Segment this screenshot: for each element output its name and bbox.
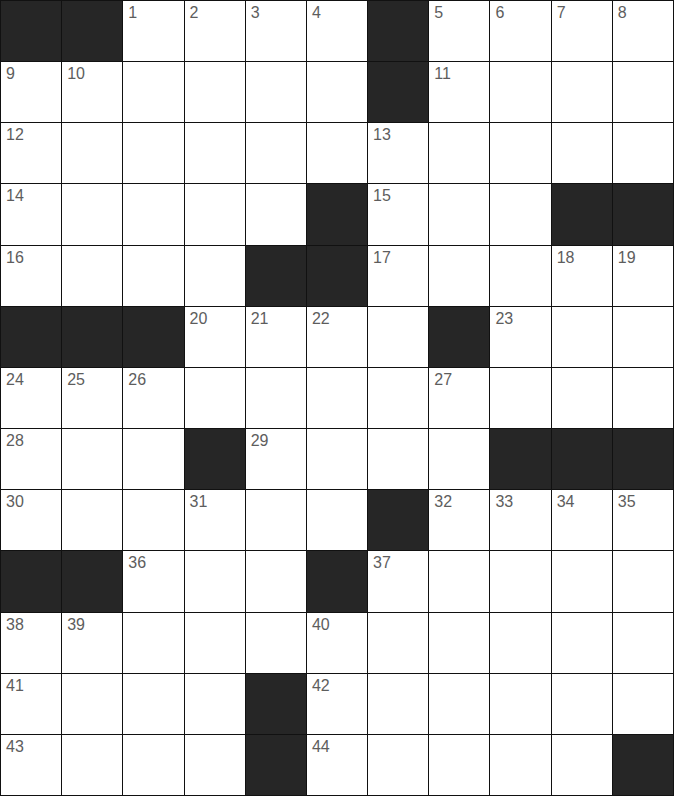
white-cell[interactable] xyxy=(552,551,612,611)
white-cell[interactable] xyxy=(246,184,306,244)
white-cell[interactable] xyxy=(123,674,183,734)
white-cell[interactable] xyxy=(490,551,550,611)
white-cell[interactable]: 41 xyxy=(1,674,61,734)
white-cell[interactable]: 10 xyxy=(62,62,122,122)
white-cell[interactable] xyxy=(123,123,183,183)
white-cell[interactable]: 21 xyxy=(246,307,306,367)
black-cell xyxy=(1,551,61,611)
white-cell[interactable]: 24 xyxy=(1,368,61,428)
clue-number: 7 xyxy=(557,5,566,21)
white-cell[interactable]: 27 xyxy=(429,368,489,428)
black-cell xyxy=(246,735,306,795)
white-cell[interactable] xyxy=(123,429,183,489)
white-cell[interactable] xyxy=(123,613,183,673)
black-cell xyxy=(185,429,245,489)
white-cell[interactable] xyxy=(490,735,550,795)
white-cell[interactable] xyxy=(368,368,428,428)
white-cell[interactable] xyxy=(368,613,428,673)
clue-number: 19 xyxy=(618,250,636,266)
white-cell[interactable] xyxy=(185,184,245,244)
white-cell[interactable]: 14 xyxy=(1,184,61,244)
white-cell[interactable]: 7 xyxy=(552,1,612,61)
white-cell[interactable] xyxy=(552,368,612,428)
white-cell[interactable] xyxy=(368,307,428,367)
clue-number: 4 xyxy=(312,5,321,21)
black-cell xyxy=(552,429,612,489)
clue-number: 34 xyxy=(557,494,575,510)
white-cell[interactable]: 12 xyxy=(1,123,61,183)
white-cell[interactable] xyxy=(552,123,612,183)
white-cell[interactable] xyxy=(490,123,550,183)
white-cell[interactable]: 44 xyxy=(307,735,367,795)
white-cell[interactable]: 5 xyxy=(429,1,489,61)
white-cell[interactable] xyxy=(185,551,245,611)
black-cell xyxy=(62,1,122,61)
clue-number: 17 xyxy=(373,250,391,266)
white-cell[interactable] xyxy=(185,123,245,183)
white-cell[interactable]: 31 xyxy=(185,490,245,550)
white-cell[interactable] xyxy=(552,613,612,673)
white-cell[interactable] xyxy=(490,246,550,306)
clue-number: 1 xyxy=(128,5,137,21)
white-cell[interactable] xyxy=(123,184,183,244)
white-cell[interactable]: 43 xyxy=(1,735,61,795)
white-cell[interactable]: 39 xyxy=(62,613,122,673)
white-cell[interactable] xyxy=(185,246,245,306)
black-cell xyxy=(552,184,612,244)
clue-number: 25 xyxy=(67,372,85,388)
clue-number: 39 xyxy=(67,617,85,633)
clue-number: 5 xyxy=(434,5,443,21)
clue-number: 27 xyxy=(434,372,452,388)
white-cell[interactable]: 20 xyxy=(185,307,245,367)
white-cell[interactable] xyxy=(123,62,183,122)
white-cell[interactable] xyxy=(613,62,673,122)
white-cell[interactable] xyxy=(307,368,367,428)
white-cell[interactable] xyxy=(552,62,612,122)
white-cell[interactable]: 8 xyxy=(613,1,673,61)
clue-number: 20 xyxy=(190,311,208,327)
white-cell[interactable] xyxy=(613,674,673,734)
clue-number: 12 xyxy=(6,127,24,143)
black-cell xyxy=(368,490,428,550)
black-cell xyxy=(62,307,122,367)
white-cell[interactable]: 36 xyxy=(123,551,183,611)
white-cell[interactable]: 40 xyxy=(307,613,367,673)
white-cell[interactable] xyxy=(185,62,245,122)
white-cell[interactable] xyxy=(429,429,489,489)
white-cell[interactable] xyxy=(185,735,245,795)
white-cell[interactable] xyxy=(307,429,367,489)
clue-number: 33 xyxy=(495,494,513,510)
white-cell[interactable] xyxy=(246,368,306,428)
white-cell[interactable] xyxy=(429,246,489,306)
white-cell[interactable] xyxy=(185,613,245,673)
white-cell[interactable] xyxy=(368,429,428,489)
white-cell[interactable]: 42 xyxy=(307,674,367,734)
black-cell xyxy=(368,1,428,61)
clue-number: 6 xyxy=(495,5,504,21)
white-cell[interactable]: 32 xyxy=(429,490,489,550)
clue-number: 22 xyxy=(312,311,330,327)
black-cell xyxy=(307,551,367,611)
white-cell[interactable] xyxy=(246,613,306,673)
clue-number: 36 xyxy=(128,555,146,571)
white-cell[interactable] xyxy=(62,674,122,734)
black-cell xyxy=(613,184,673,244)
clue-number: 11 xyxy=(434,66,451,82)
black-cell xyxy=(1,1,61,61)
white-cell[interactable] xyxy=(307,62,367,122)
clue-number: 43 xyxy=(6,739,24,755)
white-cell[interactable]: 29 xyxy=(246,429,306,489)
black-cell xyxy=(368,62,428,122)
white-cell[interactable]: 1 xyxy=(123,1,183,61)
white-cell[interactable] xyxy=(613,551,673,611)
white-cell[interactable] xyxy=(123,490,183,550)
white-cell[interactable]: 25 xyxy=(62,368,122,428)
white-cell[interactable]: 35 xyxy=(613,490,673,550)
white-cell[interactable]: 11 xyxy=(429,62,489,122)
clue-number: 2 xyxy=(190,5,199,21)
white-cell[interactable]: 19 xyxy=(613,246,673,306)
white-cell[interactable] xyxy=(552,674,612,734)
clue-number: 21 xyxy=(251,311,269,327)
white-cell[interactable] xyxy=(552,735,612,795)
white-cell[interactable] xyxy=(62,429,122,489)
clue-number: 9 xyxy=(6,66,15,82)
white-cell[interactable] xyxy=(429,674,489,734)
white-cell[interactable] xyxy=(62,123,122,183)
white-cell[interactable] xyxy=(552,307,612,367)
white-cell[interactable] xyxy=(368,735,428,795)
white-cell[interactable]: 34 xyxy=(552,490,612,550)
white-cell[interactable]: 28 xyxy=(1,429,61,489)
black-cell xyxy=(1,307,61,367)
white-cell[interactable] xyxy=(429,735,489,795)
white-cell[interactable] xyxy=(307,490,367,550)
white-cell[interactable]: 33 xyxy=(490,490,550,550)
black-cell xyxy=(613,735,673,795)
white-cell[interactable] xyxy=(185,674,245,734)
black-cell xyxy=(429,307,489,367)
white-cell[interactable] xyxy=(62,735,122,795)
black-cell xyxy=(123,307,183,367)
clue-number: 38 xyxy=(6,617,24,633)
white-cell[interactable]: 23 xyxy=(490,307,550,367)
white-cell[interactable] xyxy=(123,735,183,795)
black-cell xyxy=(613,429,673,489)
white-cell[interactable] xyxy=(62,490,122,550)
white-cell[interactable] xyxy=(62,246,122,306)
clue-number: 35 xyxy=(618,494,636,510)
clue-number: 42 xyxy=(312,678,330,694)
clue-number: 10 xyxy=(67,66,85,82)
crossword-board: 1234567891011121314151617181920212223242… xyxy=(0,0,674,796)
white-cell[interactable]: 17 xyxy=(368,246,428,306)
clue-number: 14 xyxy=(6,188,24,204)
white-cell[interactable] xyxy=(490,62,550,122)
clue-number: 31 xyxy=(190,494,208,510)
clue-number: 41 xyxy=(6,678,24,694)
white-cell[interactable] xyxy=(246,123,306,183)
white-cell[interactable] xyxy=(490,184,550,244)
clue-number: 30 xyxy=(6,494,24,510)
white-cell[interactable] xyxy=(123,246,183,306)
black-cell xyxy=(246,674,306,734)
black-cell xyxy=(246,246,306,306)
black-cell xyxy=(62,551,122,611)
white-cell[interactable] xyxy=(490,613,550,673)
white-cell[interactable] xyxy=(368,674,428,734)
white-cell[interactable]: 9 xyxy=(1,62,61,122)
white-cell[interactable]: 2 xyxy=(185,1,245,61)
white-cell[interactable] xyxy=(307,123,367,183)
white-cell[interactable]: 22 xyxy=(307,307,367,367)
white-cell[interactable]: 16 xyxy=(1,246,61,306)
white-cell[interactable]: 13 xyxy=(368,123,428,183)
white-cell[interactable] xyxy=(429,123,489,183)
clue-number: 15 xyxy=(373,188,391,204)
white-cell[interactable]: 38 xyxy=(1,613,61,673)
white-cell[interactable]: 15 xyxy=(368,184,428,244)
clue-number: 23 xyxy=(495,311,513,327)
white-cell[interactable]: 18 xyxy=(552,246,612,306)
clue-number: 3 xyxy=(251,5,260,21)
clue-number: 24 xyxy=(6,372,24,388)
clue-number: 26 xyxy=(128,372,146,388)
black-cell xyxy=(307,246,367,306)
clue-number: 29 xyxy=(251,433,269,449)
black-cell xyxy=(490,429,550,489)
white-cell[interactable] xyxy=(490,368,550,428)
white-cell[interactable] xyxy=(246,490,306,550)
white-cell[interactable] xyxy=(613,307,673,367)
clue-number: 8 xyxy=(618,5,627,21)
clue-number: 32 xyxy=(434,494,452,510)
white-cell[interactable] xyxy=(613,368,673,428)
white-cell[interactable]: 6 xyxy=(490,1,550,61)
white-cell[interactable]: 30 xyxy=(1,490,61,550)
white-cell[interactable] xyxy=(246,551,306,611)
white-cell[interactable] xyxy=(429,184,489,244)
clue-number: 16 xyxy=(6,250,24,266)
white-cell[interactable] xyxy=(613,613,673,673)
white-cell[interactable] xyxy=(429,613,489,673)
white-cell[interactable] xyxy=(185,368,245,428)
clue-number: 18 xyxy=(557,250,575,266)
clue-number: 37 xyxy=(373,555,391,571)
white-cell[interactable] xyxy=(429,551,489,611)
white-cell[interactable] xyxy=(62,184,122,244)
white-cell[interactable]: 4 xyxy=(307,1,367,61)
clue-number: 28 xyxy=(6,433,24,449)
white-cell[interactable]: 26 xyxy=(123,368,183,428)
clue-number: 13 xyxy=(373,127,391,143)
white-cell[interactable]: 37 xyxy=(368,551,428,611)
black-cell xyxy=(307,184,367,244)
white-cell[interactable] xyxy=(246,62,306,122)
clue-number: 40 xyxy=(312,617,330,633)
clue-number: 44 xyxy=(312,739,330,755)
white-cell[interactable] xyxy=(613,123,673,183)
white-cell[interactable] xyxy=(490,674,550,734)
white-cell[interactable]: 3 xyxy=(246,1,306,61)
